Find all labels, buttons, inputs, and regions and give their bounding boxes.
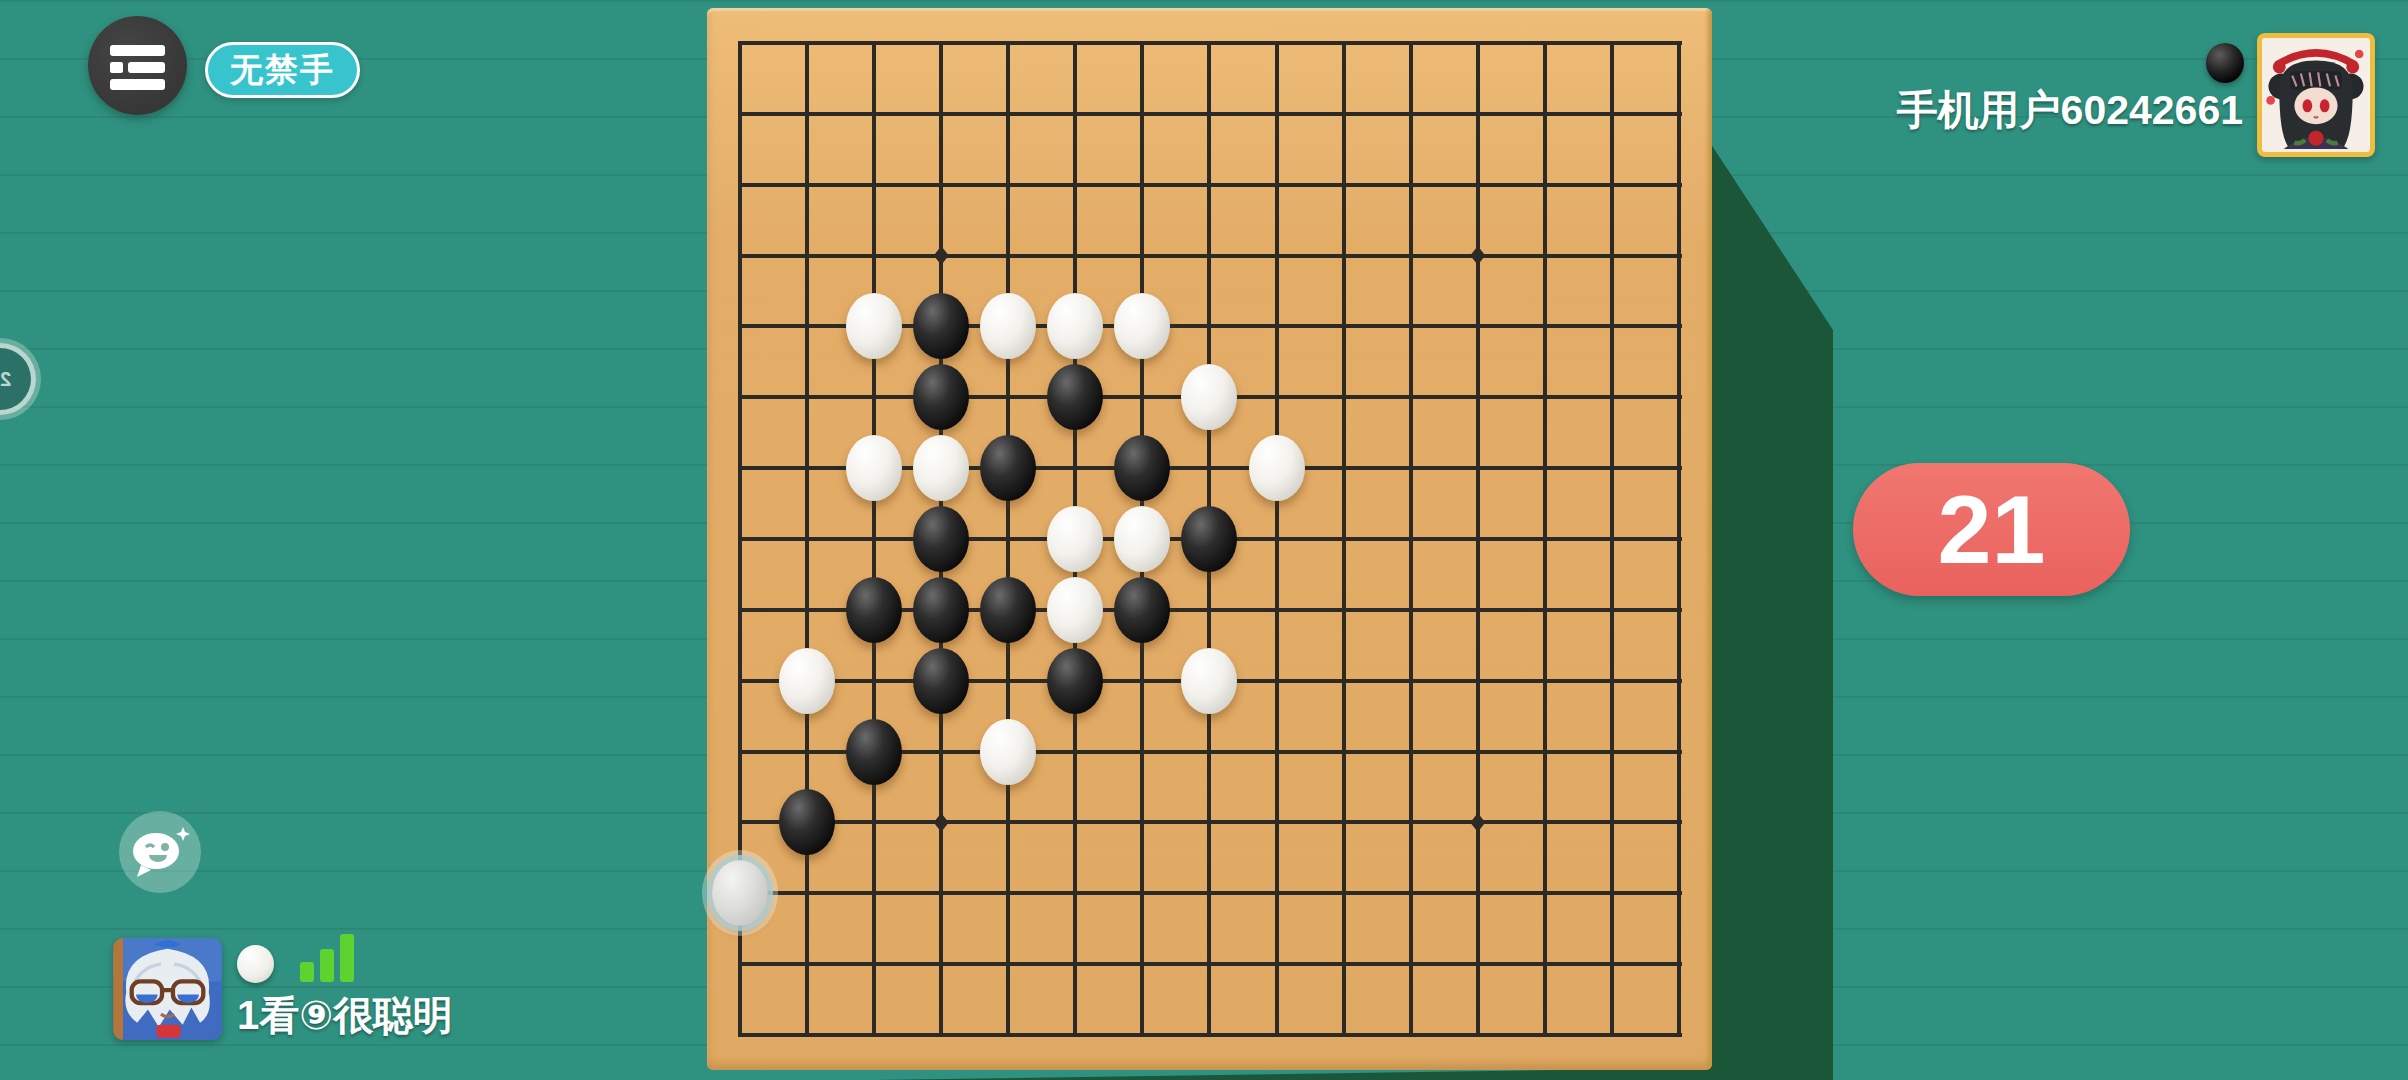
connection-signal-bars bbox=[300, 934, 356, 982]
stone-black bbox=[1181, 506, 1237, 572]
stone-black bbox=[1047, 648, 1103, 714]
stone-white bbox=[1047, 577, 1103, 643]
stone-black bbox=[980, 577, 1036, 643]
stone-black bbox=[1114, 577, 1170, 643]
self-avatar[interactable] bbox=[113, 938, 222, 1040]
stone-black bbox=[913, 293, 969, 359]
stones-layer bbox=[740, 43, 1679, 1035]
board-edge-right bbox=[1705, 8, 1712, 1070]
stone-white bbox=[1047, 506, 1103, 572]
stone-black bbox=[846, 577, 902, 643]
hamburger-icon bbox=[110, 45, 165, 56]
side-widget-knob[interactable]: 22 bbox=[0, 338, 41, 420]
self-name: 1看⑨很聪明 bbox=[237, 988, 453, 1043]
chat-bubble-wink-icon bbox=[129, 823, 191, 881]
stone-white bbox=[980, 719, 1036, 785]
stone-white bbox=[1181, 648, 1237, 714]
stone-black bbox=[913, 364, 969, 430]
stone-white bbox=[980, 293, 1036, 359]
move-timer: 21 bbox=[1853, 463, 2130, 596]
signal-bar bbox=[300, 962, 314, 982]
opponent-avatar[interactable] bbox=[2257, 33, 2375, 157]
chat-button[interactable] bbox=[119, 811, 201, 893]
side-widget-inner: 22 bbox=[0, 343, 36, 415]
gomoku-board[interactable] bbox=[707, 8, 1712, 1070]
stone-white bbox=[913, 435, 969, 501]
stone-white bbox=[1249, 435, 1305, 501]
stone-black bbox=[913, 577, 969, 643]
stone-white bbox=[1047, 293, 1103, 359]
stone-black bbox=[913, 648, 969, 714]
stone-white bbox=[1181, 364, 1237, 430]
self-stone-color-icon bbox=[237, 945, 274, 983]
side-widget-label: 22 bbox=[0, 368, 11, 391]
stone-black bbox=[1047, 364, 1103, 430]
stone-white bbox=[846, 435, 902, 501]
self-avatar-art bbox=[113, 938, 222, 1040]
move-timer-value: 21 bbox=[1938, 474, 2046, 586]
menu-button[interactable] bbox=[88, 16, 187, 115]
stone-black bbox=[779, 789, 835, 855]
stone-white bbox=[1114, 293, 1170, 359]
rule-badge-label: 无禁手 bbox=[230, 48, 335, 93]
game-screen: 无禁手 22 21 手机用户60242661 bbox=[0, 0, 2408, 1080]
stone-black bbox=[913, 506, 969, 572]
stone-white bbox=[1114, 506, 1170, 572]
rule-badge: 无禁手 bbox=[205, 42, 360, 98]
stone-black bbox=[980, 435, 1036, 501]
stone-black bbox=[846, 719, 902, 785]
opponent-name: 手机用户60242661 bbox=[1897, 83, 2243, 138]
stone-white bbox=[779, 648, 835, 714]
signal-bar bbox=[340, 934, 354, 982]
stone-white bbox=[846, 293, 902, 359]
stone-white-last-move bbox=[712, 860, 768, 926]
signal-bar bbox=[320, 949, 334, 982]
opponent-avatar-art bbox=[2262, 38, 2370, 152]
opponent-stone-color-icon bbox=[2206, 43, 2244, 83]
stone-black bbox=[1114, 435, 1170, 501]
